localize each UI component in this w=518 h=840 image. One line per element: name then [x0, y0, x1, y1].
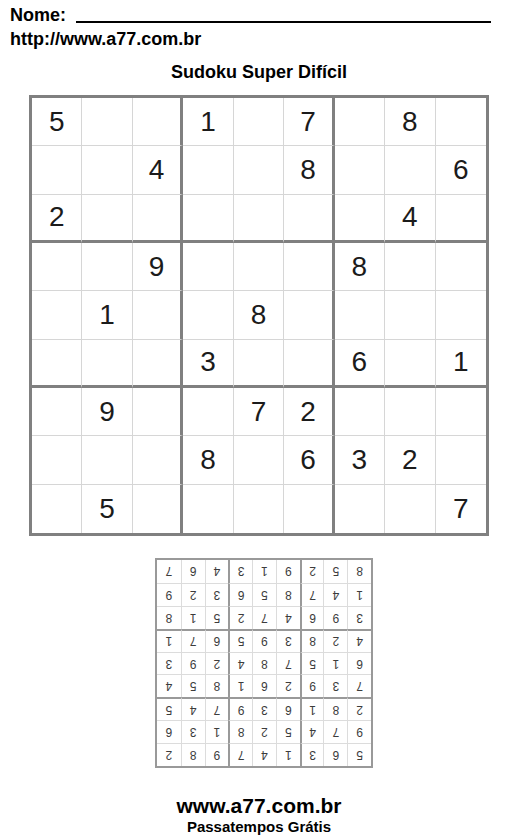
solution-cell-r8c9: 9 [157, 583, 181, 606]
puzzle-cell-r2c1[interactable] [32, 146, 82, 194]
puzzle-cell-r5c9[interactable] [436, 291, 486, 339]
name-label: Nome: [10, 5, 66, 25]
puzzle-cell-r4c7: 8 [335, 243, 385, 291]
puzzle-cell-r1c9[interactable] [436, 98, 486, 146]
puzzle-cell-r3c7[interactable] [335, 195, 385, 243]
puzzle-cell-r6c4: 3 [183, 340, 233, 388]
solution-cell-r1c7: 9 [205, 743, 229, 766]
sudoku-puzzle-grid: 5178486249818361972863257 [29, 95, 489, 536]
solution-cell-r5c5: 8 [252, 652, 276, 675]
solution-cell-r8c3: 7 [300, 583, 324, 606]
solution-cell-r7c7: 5 [205, 606, 229, 629]
puzzle-cell-r5c4[interactable] [183, 291, 233, 339]
puzzle-cell-r7c6: 2 [284, 388, 334, 436]
puzzle-cell-r1c4: 1 [183, 98, 233, 146]
solution-cell-r1c3: 3 [300, 743, 324, 766]
puzzle-cell-r8c4: 8 [183, 436, 233, 484]
solution-cell-r5c7: 2 [205, 652, 229, 675]
solution-cell-r8c8: 2 [181, 583, 205, 606]
solution-cell-r1c5: 4 [252, 743, 276, 766]
solution-cell-r2c3: 4 [300, 720, 324, 743]
puzzle-cell-r7c8[interactable] [385, 388, 435, 436]
puzzle-cell-r7c2: 9 [82, 388, 132, 436]
solution-cell-r2c7: 1 [205, 720, 229, 743]
solution-cell-r4c7: 8 [205, 674, 229, 697]
puzzle-cell-r1c6: 7 [284, 98, 334, 146]
puzzle-cell-r5c1[interactable] [32, 291, 82, 339]
solution-cell-r3c3: 1 [300, 697, 324, 720]
puzzle-cell-r2c8[interactable] [385, 146, 435, 194]
solution-cell-r5c4: 7 [276, 652, 300, 675]
puzzle-cell-r6c5[interactable] [234, 340, 284, 388]
puzzle-cell-r4c3: 9 [133, 243, 183, 291]
solution-cell-r1c8: 8 [181, 743, 205, 766]
puzzle-cell-r4c1[interactable] [32, 243, 82, 291]
puzzle-cell-r3c8: 4 [385, 195, 435, 243]
solution-cell-r6c3: 8 [300, 629, 324, 652]
solution-cell-r5c6: 4 [228, 652, 252, 675]
solution-cell-r5c8: 9 [181, 652, 205, 675]
puzzle-cell-r9c6[interactable] [284, 485, 334, 533]
solution-cell-r1c2: 6 [323, 743, 347, 766]
solution-cell-r3c6: 9 [228, 697, 252, 720]
solution-cell-r7c1: 3 [347, 606, 371, 629]
solution-cell-r9c6: 3 [228, 560, 252, 583]
puzzle-cell-r6c1[interactable] [32, 340, 82, 388]
solution-cell-r6c9: 1 [157, 629, 181, 652]
puzzle-cell-r6c9: 1 [436, 340, 486, 388]
solution-cell-r2c5: 2 [252, 720, 276, 743]
solution-cell-r6c7: 6 [205, 629, 229, 652]
puzzle-cell-r7c9[interactable] [436, 388, 486, 436]
puzzle-cell-r5c7[interactable] [335, 291, 385, 339]
solution-cell-r1c9: 2 [157, 743, 181, 766]
puzzle-cell-r1c2[interactable] [82, 98, 132, 146]
solution-cell-r8c6: 6 [228, 583, 252, 606]
puzzle-cell-r4c5[interactable] [234, 243, 284, 291]
solution-cell-r8c4: 8 [276, 583, 300, 606]
footer-tagline: Passatempos Grátis [0, 818, 518, 836]
puzzle-cell-r3c3[interactable] [133, 195, 183, 243]
solution-cell-r3c9: 5 [157, 697, 181, 720]
puzzle-cell-r2c6: 8 [284, 146, 334, 194]
puzzle-cell-r1c5[interactable] [234, 98, 284, 146]
puzzle-cell-r1c7[interactable] [335, 98, 385, 146]
solution-cell-r6c5: 9 [252, 629, 276, 652]
puzzle-cell-r3c2[interactable] [82, 195, 132, 243]
puzzle-cell-r8c8: 2 [385, 436, 435, 484]
puzzle-cell-r4c9[interactable] [436, 243, 486, 291]
solution-cell-r9c2: 5 [323, 560, 347, 583]
puzzle-cell-r9c8[interactable] [385, 485, 435, 533]
solution-cell-r4c3: 9 [300, 674, 324, 697]
puzzle-cell-r8c7: 3 [335, 436, 385, 484]
puzzle-cell-r7c1[interactable] [32, 388, 82, 436]
puzzle-cell-r9c5[interactable] [234, 485, 284, 533]
puzzle-cell-r8c9[interactable] [436, 436, 486, 484]
solution-cell-r9c8: 6 [181, 560, 205, 583]
solution-cell-r5c3: 5 [300, 652, 324, 675]
puzzle-cell-r1c3[interactable] [133, 98, 183, 146]
puzzle-cell-r9c4[interactable] [183, 485, 233, 533]
puzzle-cell-r5c8[interactable] [385, 291, 435, 339]
solution-cell-r1c1: 5 [347, 743, 371, 766]
puzzle-cell-r8c3[interactable] [133, 436, 183, 484]
puzzle-cell-r9c1[interactable] [32, 485, 82, 533]
solution-cell-r7c3: 6 [300, 606, 324, 629]
solution-cell-r4c4: 2 [276, 674, 300, 697]
sudoku-solution-grid-rotated: 5631479829745281362816397457392618546157… [155, 558, 373, 768]
puzzle-cell-r3c6[interactable] [284, 195, 334, 243]
solution-cell-r4c1: 7 [347, 674, 371, 697]
puzzle-cell-r9c7[interactable] [335, 485, 385, 533]
puzzle-cell-r2c7[interactable] [335, 146, 385, 194]
puzzle-cell-r4c2[interactable] [82, 243, 132, 291]
puzzle-cell-r3c4[interactable] [183, 195, 233, 243]
solution-cell-r2c6: 8 [228, 720, 252, 743]
puzzle-cell-r5c3[interactable] [133, 291, 183, 339]
puzzle-cell-r5c2: 1 [82, 291, 132, 339]
solution-cell-r2c8: 3 [181, 720, 205, 743]
solution-cell-r1c6: 7 [228, 743, 252, 766]
puzzle-cell-r9c3[interactable] [133, 485, 183, 533]
solution-cell-r7c9: 8 [157, 606, 181, 629]
puzzle-cell-r2c5[interactable] [234, 146, 284, 194]
puzzle-cell-r4c6[interactable] [284, 243, 334, 291]
solution-cell-r4c9: 4 [157, 674, 181, 697]
solution-cell-r2c1: 9 [347, 720, 371, 743]
solution-cell-r4c6: 1 [228, 674, 252, 697]
solution-cell-r2c4: 5 [276, 720, 300, 743]
solution-cell-r9c7: 4 [205, 560, 229, 583]
solution-cell-r8c1: 1 [347, 583, 371, 606]
solution-cell-r5c2: 1 [323, 652, 347, 675]
puzzle-cell-r6c8[interactable] [385, 340, 435, 388]
name-fill-line [76, 21, 491, 23]
solution-cell-r2c2: 7 [323, 720, 347, 743]
solution-cell-r3c2: 8 [323, 697, 347, 720]
solution-cell-r3c5: 3 [252, 697, 276, 720]
puzzle-cell-r9c9: 7 [436, 485, 486, 533]
puzzle-cell-r4c8[interactable] [385, 243, 435, 291]
puzzle-cell-r9c2: 5 [82, 485, 132, 533]
solution-cell-r3c1: 2 [347, 697, 371, 720]
solution-cell-r4c8: 5 [181, 674, 205, 697]
puzzle-cell-r7c3[interactable] [133, 388, 183, 436]
solution-cell-r2c9: 6 [157, 720, 181, 743]
puzzle-cell-r6c6[interactable] [284, 340, 334, 388]
footer-site: www.a77.com.br [0, 793, 518, 818]
solution-cell-r9c3: 2 [300, 560, 324, 583]
puzzle-cell-r2c3: 4 [133, 146, 183, 194]
solution-cell-r6c2: 2 [323, 629, 347, 652]
name-row: Nome: [10, 5, 491, 25]
puzzle-cell-r5c6[interactable] [284, 291, 334, 339]
puzzle-cell-r5c5: 8 [234, 291, 284, 339]
puzzle-cell-r8c2[interactable] [82, 436, 132, 484]
solution-cell-r8c2: 4 [323, 583, 347, 606]
solution-cell-r7c4: 4 [276, 606, 300, 629]
puzzle-cell-r8c1[interactable] [32, 436, 82, 484]
solution-cell-r4c2: 3 [323, 674, 347, 697]
solution-cell-r4c5: 6 [252, 674, 276, 697]
puzzle-cell-r3c1: 2 [32, 195, 82, 243]
solution-cell-r7c5: 7 [252, 606, 276, 629]
solution-cell-r3c8: 4 [181, 697, 205, 720]
puzzle-title: Sudoku Super Difícil [0, 62, 518, 83]
solution-cell-r3c7: 7 [205, 697, 229, 720]
footer: www.a77.com.br Passatempos Grátis [0, 793, 518, 836]
puzzle-cell-r1c8: 8 [385, 98, 435, 146]
solution-cell-r7c8: 1 [181, 606, 205, 629]
solution-cell-r5c1: 6 [347, 652, 371, 675]
puzzle-cell-r1c1: 5 [32, 98, 82, 146]
puzzle-cell-r6c7: 6 [335, 340, 385, 388]
solution-cell-r9c1: 8 [347, 560, 371, 583]
puzzle-cell-r3c5[interactable] [234, 195, 284, 243]
puzzle-cell-r2c9: 6 [436, 146, 486, 194]
puzzle-cell-r6c2[interactable] [82, 340, 132, 388]
solution-cell-r3c4: 6 [276, 697, 300, 720]
solution-cell-r8c5: 5 [252, 583, 276, 606]
solution-cell-r9c9: 7 [157, 560, 181, 583]
puzzle-cell-r8c6: 6 [284, 436, 334, 484]
puzzle-cell-r2c4[interactable] [183, 146, 233, 194]
puzzle-cell-r3c9[interactable] [436, 195, 486, 243]
solution-cell-r6c1: 4 [347, 629, 371, 652]
solution-cell-r9c5: 1 [252, 560, 276, 583]
puzzle-cell-r4c4[interactable] [183, 243, 233, 291]
site-url: http://www.a77.com.br [10, 28, 201, 50]
solution-cell-r7c6: 2 [228, 606, 252, 629]
solution-cell-r1c4: 1 [276, 743, 300, 766]
puzzle-cell-r7c4[interactable] [183, 388, 233, 436]
solution-cell-r8c7: 3 [205, 583, 229, 606]
puzzle-cell-r8c5[interactable] [234, 436, 284, 484]
solution-cell-r6c4: 3 [276, 629, 300, 652]
solution-cell-r9c4: 9 [276, 560, 300, 583]
puzzle-cell-r6c3[interactable] [133, 340, 183, 388]
solution-cell-r6c8: 7 [181, 629, 205, 652]
solution-cell-r6c6: 5 [228, 629, 252, 652]
solution-cell-r7c2: 9 [323, 606, 347, 629]
puzzle-cell-r7c5: 7 [234, 388, 284, 436]
puzzle-cell-r7c7[interactable] [335, 388, 385, 436]
solution-cell-r5c9: 3 [157, 652, 181, 675]
puzzle-cell-r2c2[interactable] [82, 146, 132, 194]
